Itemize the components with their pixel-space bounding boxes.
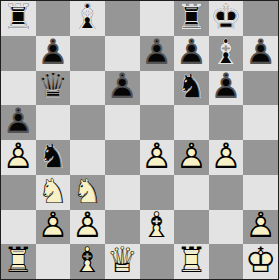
black-pawn-piece: ♟♙ [174, 36, 209, 71]
white-knight-piece: ♞♘ [36, 175, 71, 210]
bishop-glyph-outline: ♗ [70, 0, 105, 35]
pawn-glyph-outline: ♙ [1, 139, 36, 174]
pawn-glyph-outline: ♙ [36, 35, 71, 70]
square-c6[interactable] [70, 71, 105, 106]
pawn-glyph-outline: ♙ [174, 139, 209, 174]
square-b3[interactable]: ♞♘ [36, 175, 71, 210]
black-knight-piece: ♞♘ [174, 71, 209, 106]
square-d2[interactable] [105, 210, 140, 245]
square-e8[interactable] [140, 1, 175, 36]
white-bishop-piece: ♝♗ [70, 244, 105, 279]
black-bishop-piece: ♝♗ [70, 1, 105, 36]
white-knight-piece: ♞♘ [70, 175, 105, 210]
knight-glyph-outline: ♘ [70, 174, 105, 209]
knight-glyph-outline: ♘ [36, 174, 71, 209]
square-b6[interactable]: ♛♕ [36, 71, 71, 106]
square-h7[interactable]: ♟♙ [243, 36, 278, 71]
pawn-glyph-outline: ♙ [243, 209, 278, 244]
pawn-glyph-outline: ♙ [209, 139, 244, 174]
chess-app-window: ♜♖♝♗♜♖♚♔♟♙♟♙♟♙♝♗♟♙♛♕♟♙♞♘♟♙♟♙♟♙♞♘♟♙♟♙♟♙♞♘… [0, 0, 279, 280]
square-g6[interactable]: ♟♙ [209, 71, 244, 106]
pawn-glyph-outline: ♙ [140, 35, 175, 70]
square-h5[interactable] [243, 105, 278, 140]
square-a3[interactable] [1, 175, 36, 210]
pawn-glyph-outline: ♙ [105, 70, 140, 105]
square-f7[interactable]: ♟♙ [174, 36, 209, 71]
square-f8[interactable]: ♜♖ [174, 1, 209, 36]
rook-glyph-outline: ♖ [1, 0, 36, 35]
queen-glyph-outline: ♕ [105, 243, 140, 278]
square-b4[interactable]: ♞♘ [36, 140, 71, 175]
square-b1[interactable] [36, 244, 71, 279]
square-d8[interactable] [105, 1, 140, 36]
square-g4[interactable]: ♟♙ [209, 140, 244, 175]
square-a4[interactable]: ♟♙ [1, 140, 36, 175]
white-rook-piece: ♜♖ [174, 244, 209, 279]
bishop-glyph-outline: ♗ [140, 209, 175, 244]
square-b8[interactable] [36, 1, 71, 36]
black-pawn-piece: ♟♙ [36, 36, 71, 71]
rook-glyph-outline: ♖ [174, 0, 209, 35]
queen-glyph-outline: ♕ [36, 70, 71, 105]
square-c4[interactable] [70, 140, 105, 175]
square-c3[interactable]: ♞♘ [70, 175, 105, 210]
square-b2[interactable]: ♟♙ [36, 210, 71, 245]
square-f1[interactable]: ♜♖ [174, 244, 209, 279]
square-g7[interactable]: ♝♗ [209, 36, 244, 71]
white-pawn-piece: ♟♙ [243, 210, 278, 245]
pawn-glyph-outline: ♙ [209, 70, 244, 105]
square-h4[interactable] [243, 140, 278, 175]
white-pawn-piece: ♟♙ [70, 210, 105, 245]
square-b5[interactable] [36, 105, 71, 140]
black-pawn-piece: ♟♙ [1, 105, 36, 140]
square-f3[interactable] [174, 175, 209, 210]
square-c8[interactable]: ♝♗ [70, 1, 105, 36]
square-d1[interactable]: ♛♕ [105, 244, 140, 279]
square-d7[interactable] [105, 36, 140, 71]
square-c5[interactable] [70, 105, 105, 140]
pawn-glyph-outline: ♙ [36, 209, 71, 244]
white-bishop-piece: ♝♗ [140, 210, 175, 245]
square-c2[interactable]: ♟♙ [70, 210, 105, 245]
square-a6[interactable] [1, 71, 36, 106]
pawn-glyph-outline: ♙ [70, 209, 105, 244]
square-c1[interactable]: ♝♗ [70, 244, 105, 279]
bishop-glyph-outline: ♗ [70, 243, 105, 278]
bishop-glyph-outline: ♗ [209, 35, 244, 70]
square-h3[interactable] [243, 175, 278, 210]
square-f6[interactable]: ♞♘ [174, 71, 209, 106]
black-pawn-piece: ♟♙ [140, 36, 175, 71]
pawn-glyph-outline: ♙ [174, 35, 209, 70]
chess-board: ♜♖♝♗♜♖♚♔♟♙♟♙♟♙♝♗♟♙♛♕♟♙♞♘♟♙♟♙♟♙♞♘♟♙♟♙♟♙♞♘… [0, 0, 279, 280]
square-a5[interactable]: ♟♙ [1, 105, 36, 140]
square-e7[interactable]: ♟♙ [140, 36, 175, 71]
square-e4[interactable]: ♟♙ [140, 140, 175, 175]
square-d4[interactable] [105, 140, 140, 175]
square-e5[interactable] [140, 105, 175, 140]
white-pawn-piece: ♟♙ [1, 140, 36, 175]
black-queen-piece: ♛♕ [36, 71, 71, 106]
square-e6[interactable] [140, 71, 175, 106]
white-pawn-piece: ♟♙ [140, 140, 175, 175]
pawn-glyph-outline: ♙ [243, 35, 278, 70]
knight-glyph-outline: ♘ [174, 70, 209, 105]
square-h8[interactable] [243, 1, 278, 36]
square-e1[interactable] [140, 244, 175, 279]
black-rook-piece: ♜♖ [1, 1, 36, 36]
white-king-piece: ♚♔ [243, 244, 278, 279]
square-e3[interactable] [140, 175, 175, 210]
square-a8[interactable]: ♜♖ [1, 1, 36, 36]
black-pawn-piece: ♟♙ [243, 36, 278, 71]
white-pawn-piece: ♟♙ [209, 140, 244, 175]
king-glyph-outline: ♔ [243, 243, 278, 278]
rook-glyph-outline: ♖ [174, 243, 209, 278]
white-pawn-piece: ♟♙ [36, 210, 71, 245]
square-g5[interactable] [209, 105, 244, 140]
square-a2[interactable] [1, 210, 36, 245]
square-f5[interactable] [174, 105, 209, 140]
square-f2[interactable] [174, 210, 209, 245]
square-h1[interactable]: ♚♔ [243, 244, 278, 279]
white-pawn-piece: ♟♙ [174, 140, 209, 175]
square-a1[interactable]: ♜♖ [1, 244, 36, 279]
rook-glyph-outline: ♖ [1, 243, 36, 278]
white-rook-piece: ♜♖ [1, 244, 36, 279]
square-b7[interactable]: ♟♙ [36, 36, 71, 71]
black-knight-piece: ♞♘ [36, 140, 71, 175]
square-a7[interactable] [1, 36, 36, 71]
knight-glyph-outline: ♘ [36, 139, 71, 174]
black-pawn-piece: ♟♙ [209, 71, 244, 106]
pawn-glyph-outline: ♙ [1, 104, 36, 139]
square-c7[interactable] [70, 36, 105, 71]
square-h2[interactable]: ♟♙ [243, 210, 278, 245]
black-pawn-piece: ♟♙ [105, 71, 140, 106]
square-g1[interactable] [209, 244, 244, 279]
black-king-piece: ♚♔ [209, 1, 244, 36]
square-f4[interactable]: ♟♙ [174, 140, 209, 175]
black-bishop-piece: ♝♗ [209, 36, 244, 71]
square-d6[interactable]: ♟♙ [105, 71, 140, 106]
king-glyph-outline: ♔ [209, 0, 244, 35]
black-rook-piece: ♜♖ [174, 1, 209, 36]
white-queen-piece: ♛♕ [105, 244, 140, 279]
square-g3[interactable] [209, 175, 244, 210]
square-e2[interactable]: ♝♗ [140, 210, 175, 245]
square-g8[interactable]: ♚♔ [209, 1, 244, 36]
pawn-glyph-outline: ♙ [140, 139, 175, 174]
square-h6[interactable] [243, 71, 278, 106]
square-d3[interactable] [105, 175, 140, 210]
square-d5[interactable] [105, 105, 140, 140]
square-g2[interactable] [209, 210, 244, 245]
